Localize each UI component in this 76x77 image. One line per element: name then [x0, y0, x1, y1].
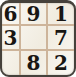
- sudoku-cell-r1c2: 9: [21, 3, 48, 26]
- sudoku-app-icon[interactable]: 6 9 1 3 7 8 2: [0, 0, 76, 77]
- sudoku-cell-r1c1: 6: [2, 3, 21, 26]
- sudoku-cell-r3c1: [2, 51, 21, 75]
- sudoku-cell-r1c3: 1: [48, 3, 74, 26]
- sudoku-cell-r2c1: 3: [2, 26, 21, 51]
- sudoku-cell-r2c3: 7: [48, 26, 74, 51]
- sudoku-cell-r2c2: [21, 26, 48, 51]
- sudoku-grid: 6 9 1 3 7 8 2: [2, 3, 74, 75]
- sudoku-cell-r3c3: 2: [48, 51, 74, 75]
- sudoku-cell-r3c2: 8: [21, 51, 48, 75]
